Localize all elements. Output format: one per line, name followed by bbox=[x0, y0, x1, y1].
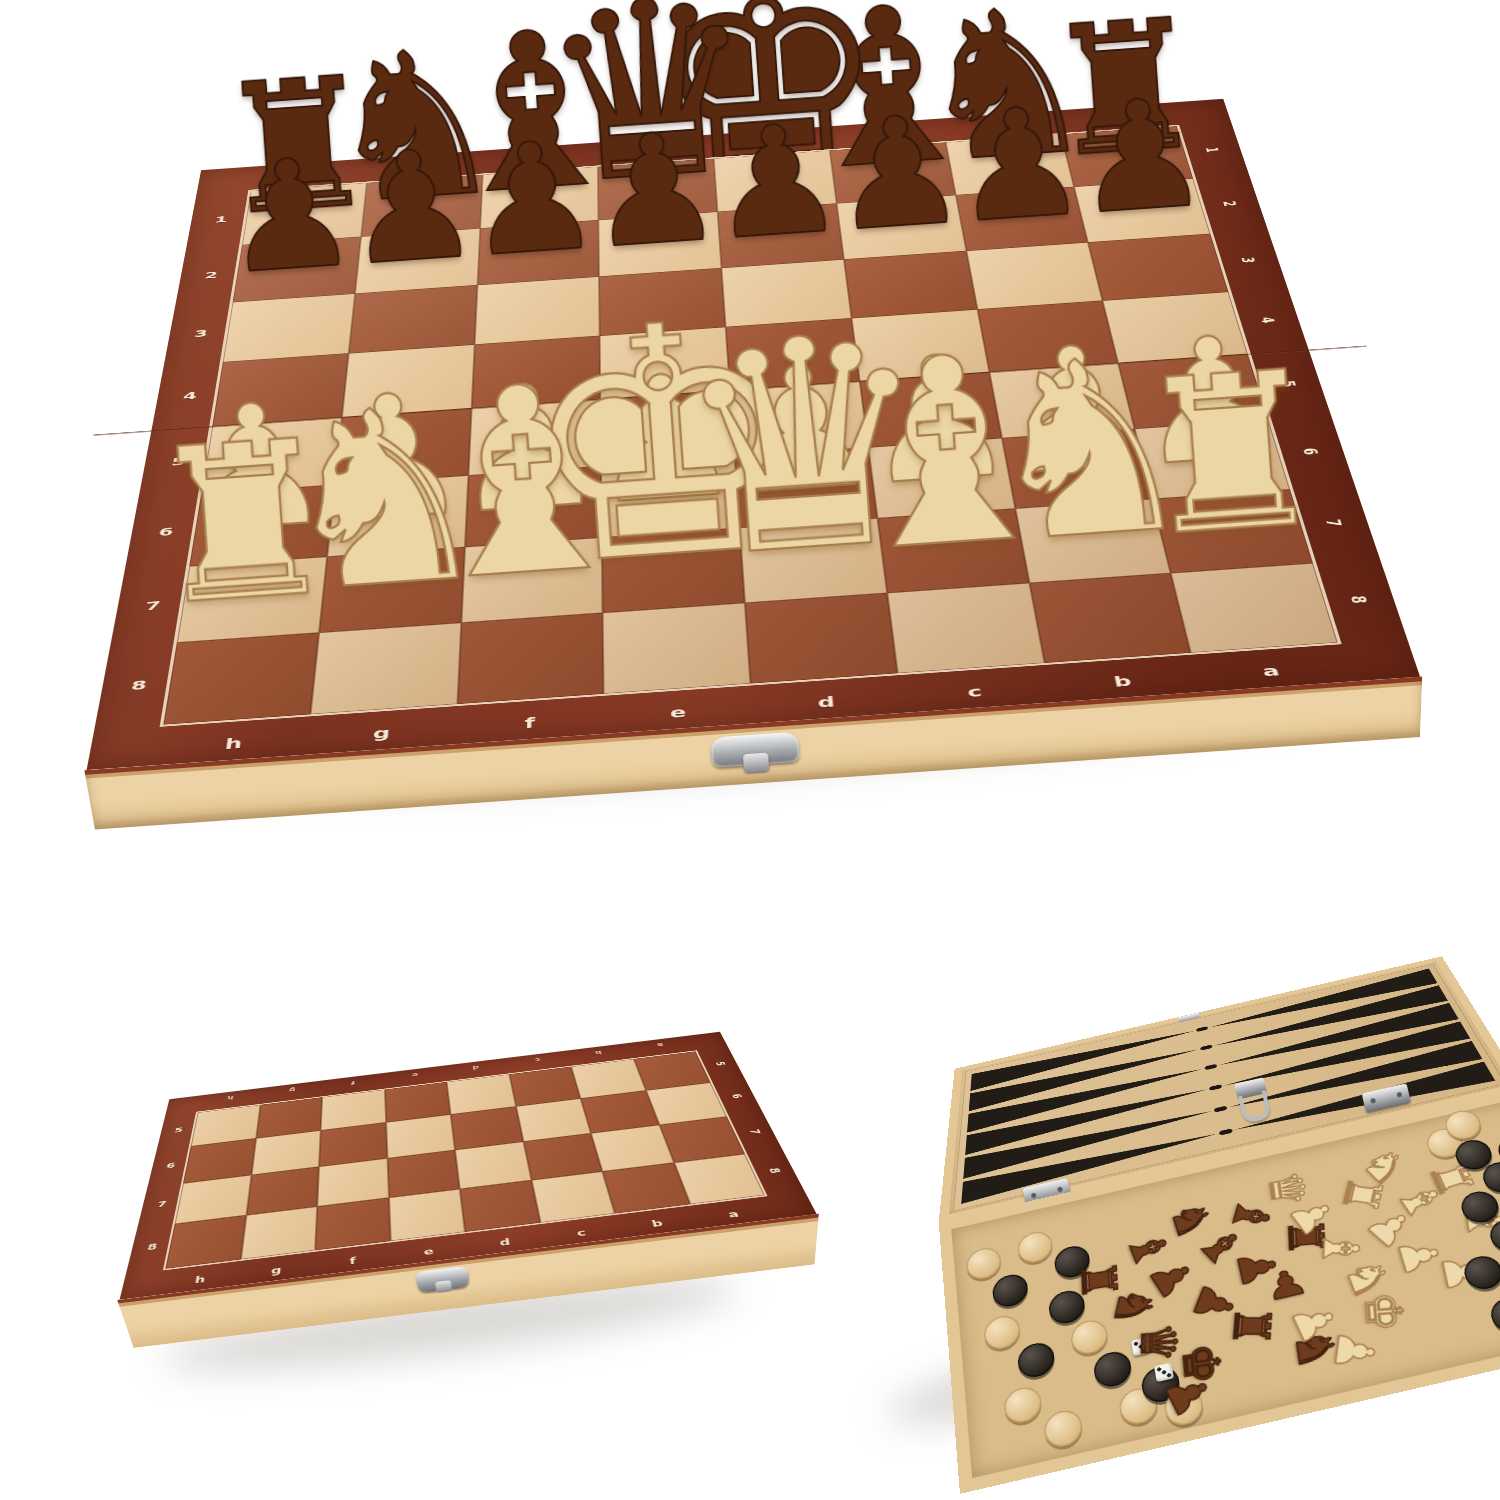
rank-label-left-3: 3 bbox=[184, 327, 218, 340]
square-a2[interactable] bbox=[1074, 178, 1210, 242]
closed-square-a6 bbox=[646, 1083, 727, 1125]
main-board-latch[interactable] bbox=[711, 732, 800, 768]
file-label-g: g bbox=[358, 724, 405, 743]
checker-light-5[interactable] bbox=[1043, 1407, 1084, 1450]
closed-square-e8 bbox=[388, 1189, 465, 1241]
closed-file-top-a: a bbox=[646, 1041, 675, 1049]
checker-dark-59[interactable] bbox=[1487, 1294, 1500, 1335]
point-dot bbox=[1200, 1045, 1208, 1050]
closed-square-a8 bbox=[674, 1154, 765, 1204]
closed-box-latch[interactable] bbox=[416, 1266, 470, 1293]
square-g2[interactable] bbox=[355, 228, 480, 293]
square-f1[interactable] bbox=[480, 167, 599, 229]
rank-label-right-2: 2 bbox=[1217, 196, 1241, 212]
open-storage-box: ♜♞♝♟♛♚♟♝♞♜♟♟♟♝♞♜♛♟♝♞♜♟♚♟♝♞♟♜♟♝♟ bbox=[845, 761, 1500, 1470]
square-a1[interactable] bbox=[1061, 126, 1193, 187]
file-label-c: c bbox=[951, 683, 999, 702]
checker-light-4[interactable] bbox=[1003, 1385, 1043, 1427]
point-dot bbox=[1209, 1085, 1218, 1091]
closed-square-d8 bbox=[460, 1180, 540, 1232]
closed-square-c6 bbox=[516, 1099, 591, 1142]
point-dot bbox=[1214, 1107, 1223, 1113]
closed-square-a7 bbox=[659, 1117, 745, 1163]
point-dot bbox=[1204, 1065, 1213, 1071]
closed-square-d7 bbox=[455, 1142, 531, 1189]
square-c2[interactable] bbox=[836, 195, 965, 259]
rank-label-right-8: 8 bbox=[1343, 589, 1373, 611]
closed-square-f6 bbox=[319, 1122, 387, 1166]
closed-file-top-f: f bbox=[340, 1078, 367, 1086]
square-a3[interactable] bbox=[1088, 234, 1228, 301]
checker-dark-3[interactable] bbox=[1017, 1340, 1057, 1381]
stored-piece-brown-r[interactable]: ♜ bbox=[1225, 1306, 1277, 1347]
checker-dark-8[interactable] bbox=[1092, 1348, 1133, 1389]
closed-file-f: f bbox=[336, 1253, 370, 1268]
closed-square-d6 bbox=[451, 1106, 523, 1150]
file-label-d: d bbox=[803, 693, 850, 712]
closed-rank-left-7: 7 bbox=[150, 1198, 174, 1210]
closed-rank-right-6: 6 bbox=[727, 1090, 746, 1103]
checker-light-10[interactable] bbox=[1016, 1228, 1053, 1265]
checker-light-2[interactable] bbox=[983, 1312, 1021, 1352]
file-label-h: h bbox=[209, 734, 257, 753]
closed-square-h8 bbox=[165, 1215, 246, 1269]
closed-square-c7 bbox=[523, 1133, 602, 1180]
file-label-e: e bbox=[655, 703, 701, 722]
rank-label-left-2: 2 bbox=[195, 269, 228, 282]
closed-square-f7 bbox=[317, 1158, 388, 1206]
square-b1[interactable] bbox=[945, 134, 1074, 195]
light-R: ♜ bbox=[1129, 346, 1333, 561]
rank-label-left-8: 8 bbox=[119, 676, 160, 694]
closed-rank-right-5: 5 bbox=[711, 1058, 729, 1070]
closed-file-top-b: b bbox=[584, 1048, 613, 1056]
closed-square-g7 bbox=[246, 1167, 319, 1216]
stored-piece-cream-k[interactable]: ♚ bbox=[1357, 1290, 1411, 1334]
light-B: ♝ bbox=[824, 323, 1070, 582]
closed-file-top-c: c bbox=[523, 1056, 551, 1064]
point-dot bbox=[1219, 1129, 1229, 1135]
square-h3[interactable] bbox=[223, 293, 355, 362]
closed-file-e: e bbox=[412, 1244, 446, 1259]
rank-label-right-1: 1 bbox=[1200, 142, 1223, 157]
closed-file-d: d bbox=[488, 1235, 523, 1249]
closed-file-b: b bbox=[639, 1216, 676, 1230]
checker-light-0[interactable] bbox=[965, 1245, 1002, 1282]
closed-file-a: a bbox=[715, 1207, 753, 1221]
closed-file-g: g bbox=[259, 1263, 293, 1278]
square-e1[interactable] bbox=[598, 159, 717, 220]
rank-label-right-3: 3 bbox=[1235, 252, 1260, 269]
file-label-b: b bbox=[1098, 672, 1147, 691]
closed-file-top-e: e bbox=[401, 1071, 428, 1079]
point-dot bbox=[1196, 1027, 1204, 1032]
closed-square-g8 bbox=[240, 1206, 317, 1259]
file-label-a: a bbox=[1246, 662, 1296, 681]
square-g1[interactable] bbox=[361, 175, 482, 237]
product-photo-canvas: 12345678 12345678 hgfedcba ♜♞♝♛♚♝♞♜♟♟♟♟♟… bbox=[0, 0, 1500, 1500]
square-b2[interactable] bbox=[955, 187, 1088, 251]
file-label-f: f bbox=[507, 714, 553, 733]
closed-square-e7 bbox=[387, 1150, 460, 1198]
closed-file-top-d: d bbox=[462, 1063, 490, 1071]
closed-square-e6 bbox=[386, 1114, 455, 1158]
square-h2[interactable] bbox=[233, 237, 361, 302]
closed-square-h6 bbox=[183, 1138, 256, 1183]
closed-folded-box: 56785678 hhggffeeddccbbaa bbox=[119, 1032, 816, 1300]
square-h1[interactable] bbox=[242, 183, 367, 245]
closed-rank-right-8: 8 bbox=[763, 1163, 785, 1178]
light-B: ♝ bbox=[400, 353, 646, 612]
closed-square-b8 bbox=[602, 1163, 689, 1214]
closed-file-c: c bbox=[563, 1226, 599, 1240]
closed-file-top-h: h bbox=[217, 1093, 245, 1101]
closed-rank-left-5: 5 bbox=[168, 1125, 190, 1135]
closed-square-f8 bbox=[315, 1198, 390, 1251]
checker-dark-1[interactable] bbox=[991, 1272, 1029, 1310]
square-c1[interactable] bbox=[830, 142, 956, 203]
closed-square-g6 bbox=[251, 1130, 321, 1175]
closed-rank-right-7: 7 bbox=[744, 1124, 764, 1138]
closed-square-c8 bbox=[531, 1171, 615, 1222]
closed-file-top-g: g bbox=[278, 1086, 305, 1094]
closed-rank-left-6: 6 bbox=[159, 1160, 182, 1171]
closed-rank-left-8: 8 bbox=[139, 1240, 165, 1253]
main-chess-board: 12345678 12345678 hgfedcba ♜♞♝♛♚♝♞♜♟♟♟♟♟… bbox=[87, 99, 1420, 770]
square-d1[interactable] bbox=[714, 150, 837, 211]
stored-piece-brown-p[interactable]: ♟ bbox=[1260, 1262, 1311, 1306]
closed-square-b7 bbox=[591, 1125, 674, 1172]
closed-file-h: h bbox=[183, 1272, 218, 1287]
closed-square-h7 bbox=[175, 1175, 251, 1224]
light-R: ♜ bbox=[140, 415, 344, 630]
